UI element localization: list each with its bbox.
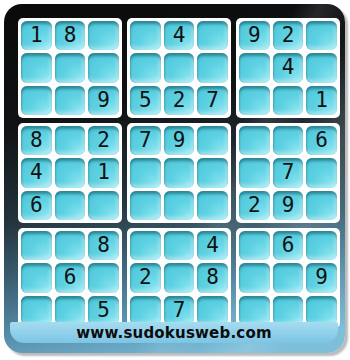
block-1-2: 4527 (127, 18, 231, 118)
cell-r1c8[interactable]: 2 (273, 21, 304, 50)
cell-r4c1[interactable]: 8 (21, 126, 52, 155)
cell-r4c2[interactable] (55, 126, 86, 155)
cell-r2c6[interactable] (197, 53, 228, 82)
block-3-3: 69 (236, 228, 340, 328)
cell-r4c6[interactable] (197, 126, 228, 155)
block-3-2: 4287 (127, 228, 231, 328)
cell-r4c7[interactable] (239, 126, 270, 155)
cell-r4c9[interactable]: 6 (306, 126, 337, 155)
cell-r4c5[interactable]: 9 (164, 126, 195, 155)
cell-r1c1[interactable]: 1 (21, 21, 52, 50)
cell-r2c8[interactable]: 4 (273, 53, 304, 82)
cell-r6c3[interactable] (88, 191, 119, 220)
sudoku-page: 1894527924182416796729865428769 www.sudo… (0, 0, 350, 360)
cell-r3c3[interactable]: 9 (88, 86, 119, 115)
block-2-1: 82416 (18, 123, 122, 223)
cell-r5c1[interactable]: 4 (21, 158, 52, 187)
cell-r3c6[interactable]: 7 (197, 86, 228, 115)
block-2-2: 79 (127, 123, 231, 223)
cell-r2c3[interactable] (88, 53, 119, 82)
cell-r6c8[interactable]: 9 (273, 191, 304, 220)
cell-r5c4[interactable] (130, 158, 161, 187)
cell-r5c5[interactable] (164, 158, 195, 187)
cell-r5c8[interactable]: 7 (273, 158, 304, 187)
cell-r9c2[interactable] (55, 296, 86, 325)
cell-r6c2[interactable] (55, 191, 86, 220)
cell-r4c8[interactable] (273, 126, 304, 155)
cell-r7c1[interactable] (21, 231, 52, 260)
cell-r8c7[interactable] (239, 263, 270, 292)
cell-r6c9[interactable] (306, 191, 337, 220)
cell-r5c7[interactable] (239, 158, 270, 187)
cell-r2c9[interactable] (306, 53, 337, 82)
cell-r3c5[interactable]: 2 (164, 86, 195, 115)
cell-r9c8[interactable] (273, 296, 304, 325)
cell-r2c7[interactable] (239, 53, 270, 82)
cell-r3c8[interactable] (273, 86, 304, 115)
cell-r5c6[interactable] (197, 158, 228, 187)
block-1-3: 9241 (236, 18, 340, 118)
cell-r1c7[interactable]: 9 (239, 21, 270, 50)
cell-r8c3[interactable] (88, 263, 119, 292)
cell-r5c2[interactable] (55, 158, 86, 187)
cell-r3c2[interactable] (55, 86, 86, 115)
sudoku-board: 1894527924182416796729865428769 (18, 18, 340, 328)
footer-band: www.sudokusweb.com (10, 322, 338, 343)
cell-r6c7[interactable]: 2 (239, 191, 270, 220)
cell-r8c2[interactable]: 6 (55, 263, 86, 292)
cell-r1c3[interactable] (88, 21, 119, 50)
site-url[interactable]: www.sudokusweb.com (76, 324, 271, 342)
cell-r8c8[interactable] (273, 263, 304, 292)
cell-r3c7[interactable] (239, 86, 270, 115)
cell-r4c3[interactable]: 2 (88, 126, 119, 155)
cell-r5c9[interactable] (306, 158, 337, 187)
cell-r8c9[interactable]: 9 (306, 263, 337, 292)
cell-r8c1[interactable] (21, 263, 52, 292)
cell-r7c8[interactable]: 6 (273, 231, 304, 260)
board-frame: 1894527924182416796729865428769 www.sudo… (4, 4, 345, 353)
cell-r8c4[interactable]: 2 (130, 263, 161, 292)
block-1-1: 189 (18, 18, 122, 118)
block-2-3: 6729 (236, 123, 340, 223)
cell-r1c5[interactable]: 4 (164, 21, 195, 50)
cell-r9c5[interactable]: 7 (164, 296, 195, 325)
cell-r3c4[interactable]: 5 (130, 86, 161, 115)
cell-r4c4[interactable]: 7 (130, 126, 161, 155)
cell-r7c7[interactable] (239, 231, 270, 260)
cell-r5c3[interactable]: 1 (88, 158, 119, 187)
cell-r7c9[interactable] (306, 231, 337, 260)
cell-r1c9[interactable] (306, 21, 337, 50)
cell-r7c4[interactable] (130, 231, 161, 260)
cell-r3c1[interactable] (21, 86, 52, 115)
block-3-1: 865 (18, 228, 122, 328)
cell-r1c4[interactable] (130, 21, 161, 50)
cell-r1c6[interactable] (197, 21, 228, 50)
cell-r6c4[interactable] (130, 191, 161, 220)
cell-r2c1[interactable] (21, 53, 52, 82)
cell-r9c7[interactable] (239, 296, 270, 325)
cell-r6c5[interactable] (164, 191, 195, 220)
cell-r9c6[interactable] (197, 296, 228, 325)
cell-r9c1[interactable] (21, 296, 52, 325)
cell-r2c5[interactable] (164, 53, 195, 82)
cell-r8c5[interactable] (164, 263, 195, 292)
cell-r6c1[interactable]: 6 (21, 191, 52, 220)
cell-r9c4[interactable] (130, 296, 161, 325)
cell-r7c6[interactable]: 4 (197, 231, 228, 260)
cell-r2c4[interactable] (130, 53, 161, 82)
cell-r1c2[interactable]: 8 (55, 21, 86, 50)
cell-r6c6[interactable] (197, 191, 228, 220)
cell-r7c5[interactable] (164, 231, 195, 260)
cell-r3c9[interactable]: 1 (306, 86, 337, 115)
cell-r7c2[interactable] (55, 231, 86, 260)
cell-r8c6[interactable]: 8 (197, 263, 228, 292)
cell-r7c3[interactable]: 8 (88, 231, 119, 260)
cell-r9c3[interactable]: 5 (88, 296, 119, 325)
cell-r9c9[interactable] (306, 296, 337, 325)
cell-r2c2[interactable] (55, 53, 86, 82)
